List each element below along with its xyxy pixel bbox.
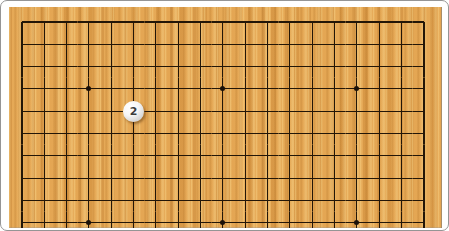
goban: 2 xyxy=(9,7,442,228)
intersection[interactable] xyxy=(145,55,167,77)
intersection[interactable] xyxy=(301,167,323,189)
intersection[interactable] xyxy=(301,122,323,144)
intersection[interactable] xyxy=(189,55,211,77)
intersection[interactable] xyxy=(256,11,278,33)
intersection[interactable] xyxy=(234,11,256,33)
intersection[interactable] xyxy=(413,122,435,144)
intersection[interactable] xyxy=(346,55,368,77)
star-point xyxy=(86,86,91,91)
intersection[interactable] xyxy=(78,33,100,55)
intersection[interactable] xyxy=(390,78,412,100)
intersection[interactable] xyxy=(234,55,256,77)
intersection[interactable] xyxy=(413,55,435,77)
intersection[interactable] xyxy=(368,167,390,189)
intersection[interactable] xyxy=(145,189,167,211)
intersection[interactable] xyxy=(390,145,412,167)
intersection[interactable] xyxy=(413,145,435,167)
intersection[interactable] xyxy=(346,33,368,55)
intersection[interactable] xyxy=(390,100,412,122)
intersection[interactable] xyxy=(346,145,368,167)
intersection[interactable] xyxy=(256,212,278,228)
intersection[interactable] xyxy=(368,33,390,55)
intersection[interactable] xyxy=(189,33,211,55)
intersection[interactable] xyxy=(100,189,122,211)
intersection[interactable] xyxy=(55,145,77,167)
intersection[interactable] xyxy=(167,78,189,100)
intersection[interactable] xyxy=(346,122,368,144)
intersection[interactable] xyxy=(11,122,33,144)
intersection[interactable] xyxy=(189,122,211,144)
intersection[interactable] xyxy=(212,11,234,33)
intersection[interactable] xyxy=(33,189,55,211)
intersection[interactable] xyxy=(212,100,234,122)
intersection[interactable] xyxy=(55,55,77,77)
intersection[interactable] xyxy=(346,212,368,228)
intersection[interactable] xyxy=(167,167,189,189)
intersection[interactable] xyxy=(368,122,390,144)
intersection[interactable] xyxy=(212,33,234,55)
intersection[interactable] xyxy=(55,11,77,33)
intersection[interactable] xyxy=(368,145,390,167)
intersection[interactable] xyxy=(100,11,122,33)
intersection[interactable] xyxy=(189,167,211,189)
intersection[interactable] xyxy=(413,212,435,228)
intersection[interactable] xyxy=(189,11,211,33)
intersection[interactable] xyxy=(212,189,234,211)
intersection[interactable] xyxy=(167,33,189,55)
intersection[interactable] xyxy=(122,55,144,77)
intersection[interactable] xyxy=(145,78,167,100)
intersection[interactable] xyxy=(234,167,256,189)
intersection[interactable] xyxy=(167,11,189,33)
intersection[interactable] xyxy=(390,11,412,33)
intersection[interactable] xyxy=(301,145,323,167)
intersection[interactable] xyxy=(145,212,167,228)
intersection[interactable] xyxy=(145,11,167,33)
star-point xyxy=(220,220,225,225)
intersection[interactable] xyxy=(256,145,278,167)
intersection[interactable] xyxy=(323,189,345,211)
move-number-label: 2 xyxy=(130,106,138,117)
intersection[interactable] xyxy=(145,167,167,189)
intersection[interactable] xyxy=(122,78,144,100)
intersection[interactable] xyxy=(145,145,167,167)
white-stone: 2 xyxy=(123,101,144,122)
intersection[interactable] xyxy=(301,11,323,33)
intersection[interactable] xyxy=(368,11,390,33)
intersection[interactable] xyxy=(323,100,345,122)
intersection[interactable] xyxy=(167,100,189,122)
intersection[interactable] xyxy=(413,11,435,33)
intersection[interactable] xyxy=(33,11,55,33)
intersection[interactable] xyxy=(212,145,234,167)
intersection[interactable] xyxy=(413,78,435,100)
intersection[interactable] xyxy=(78,11,100,33)
intersection[interactable] xyxy=(145,122,167,144)
intersection[interactable] xyxy=(390,167,412,189)
intersection[interactable] xyxy=(11,145,33,167)
intersection[interactable] xyxy=(368,212,390,228)
intersection[interactable] xyxy=(122,167,144,189)
intersection[interactable] xyxy=(100,55,122,77)
intersection[interactable] xyxy=(78,145,100,167)
intersection[interactable] xyxy=(189,100,211,122)
intersection[interactable] xyxy=(122,212,144,228)
intersection[interactable] xyxy=(122,145,144,167)
intersection[interactable] xyxy=(122,11,144,33)
intersection[interactable] xyxy=(234,78,256,100)
intersection[interactable] xyxy=(212,55,234,77)
intersection[interactable] xyxy=(234,33,256,55)
intersection[interactable] xyxy=(234,212,256,228)
intersection[interactable] xyxy=(11,167,33,189)
intersection[interactable] xyxy=(279,189,301,211)
intersection[interactable] xyxy=(413,189,435,211)
intersection[interactable] xyxy=(78,212,100,228)
goban-grid: 2 xyxy=(11,11,435,228)
intersection[interactable] xyxy=(55,212,77,228)
intersection[interactable] xyxy=(78,78,100,100)
intersection[interactable] xyxy=(234,100,256,122)
intersection[interactable] xyxy=(55,189,77,211)
intersection[interactable] xyxy=(33,145,55,167)
intersection[interactable] xyxy=(413,167,435,189)
intersection[interactable] xyxy=(189,212,211,228)
intersection[interactable] xyxy=(167,189,189,211)
intersection[interactable] xyxy=(167,122,189,144)
intersection[interactable] xyxy=(256,55,278,77)
intersection[interactable] xyxy=(100,167,122,189)
intersection[interactable] xyxy=(323,212,345,228)
intersection[interactable] xyxy=(212,78,234,100)
intersection[interactable] xyxy=(301,78,323,100)
intersection[interactable] xyxy=(212,122,234,144)
intersection[interactable] xyxy=(78,167,100,189)
intersection[interactable] xyxy=(279,122,301,144)
intersection[interactable] xyxy=(33,167,55,189)
intersection[interactable] xyxy=(33,33,55,55)
intersection[interactable] xyxy=(301,212,323,228)
intersection[interactable] xyxy=(390,122,412,144)
intersection[interactable] xyxy=(301,100,323,122)
intersection[interactable]: 2 xyxy=(122,100,144,122)
intersection[interactable] xyxy=(167,145,189,167)
intersection[interactable] xyxy=(256,33,278,55)
intersection[interactable] xyxy=(346,11,368,33)
intersection[interactable] xyxy=(279,100,301,122)
intersection[interactable] xyxy=(413,100,435,122)
intersection[interactable] xyxy=(100,33,122,55)
intersection[interactable] xyxy=(390,189,412,211)
intersection[interactable] xyxy=(323,78,345,100)
intersection[interactable] xyxy=(256,78,278,100)
intersection[interactable] xyxy=(78,100,100,122)
intersection[interactable] xyxy=(11,78,33,100)
intersection[interactable] xyxy=(368,189,390,211)
intersection[interactable] xyxy=(78,55,100,77)
intersection[interactable] xyxy=(11,189,33,211)
intersection[interactable] xyxy=(33,212,55,228)
intersection[interactable] xyxy=(279,55,301,77)
intersection[interactable] xyxy=(279,11,301,33)
star-point xyxy=(354,220,359,225)
intersection[interactable] xyxy=(390,55,412,77)
intersection[interactable] xyxy=(100,78,122,100)
intersection[interactable] xyxy=(323,145,345,167)
star-point xyxy=(86,220,91,225)
intersection[interactable] xyxy=(323,11,345,33)
intersection[interactable] xyxy=(346,167,368,189)
intersection[interactable] xyxy=(55,122,77,144)
intersection[interactable] xyxy=(346,100,368,122)
intersection[interactable] xyxy=(368,100,390,122)
intersection[interactable] xyxy=(301,33,323,55)
intersection[interactable] xyxy=(301,189,323,211)
intersection[interactable] xyxy=(323,33,345,55)
intersection[interactable] xyxy=(33,55,55,77)
intersection[interactable] xyxy=(390,33,412,55)
intersection[interactable] xyxy=(279,212,301,228)
intersection[interactable] xyxy=(301,55,323,77)
intersection[interactable] xyxy=(78,122,100,144)
intersection[interactable] xyxy=(167,55,189,77)
intersection[interactable] xyxy=(100,122,122,144)
intersection[interactable] xyxy=(167,212,189,228)
intersection[interactable] xyxy=(279,167,301,189)
intersection[interactable] xyxy=(234,145,256,167)
intersection[interactable] xyxy=(279,78,301,100)
intersection[interactable] xyxy=(100,212,122,228)
intersection[interactable] xyxy=(323,55,345,77)
intersection[interactable] xyxy=(189,145,211,167)
intersection[interactable] xyxy=(234,122,256,144)
intersection[interactable] xyxy=(212,167,234,189)
intersection[interactable] xyxy=(100,100,122,122)
intersection[interactable] xyxy=(189,189,211,211)
intersection[interactable] xyxy=(189,78,211,100)
intersection[interactable] xyxy=(55,100,77,122)
board-frame: 2 xyxy=(0,0,449,231)
intersection[interactable] xyxy=(11,212,33,228)
intersection[interactable] xyxy=(122,122,144,144)
intersection[interactable] xyxy=(11,100,33,122)
intersection[interactable] xyxy=(279,33,301,55)
intersection[interactable] xyxy=(323,122,345,144)
intersection[interactable] xyxy=(256,122,278,144)
intersection[interactable] xyxy=(368,55,390,77)
intersection[interactable] xyxy=(234,189,256,211)
intersection[interactable] xyxy=(33,100,55,122)
intersection[interactable] xyxy=(33,78,55,100)
intersection[interactable] xyxy=(11,33,33,55)
star-point xyxy=(220,86,225,91)
intersection[interactable] xyxy=(11,11,33,33)
intersection[interactable] xyxy=(346,189,368,211)
intersection[interactable] xyxy=(256,100,278,122)
intersection[interactable] xyxy=(100,145,122,167)
intersection[interactable] xyxy=(323,167,345,189)
intersection[interactable] xyxy=(212,212,234,228)
intersection[interactable] xyxy=(368,78,390,100)
intersection[interactable] xyxy=(145,33,167,55)
star-point xyxy=(354,86,359,91)
intersection[interactable] xyxy=(413,33,435,55)
intersection[interactable] xyxy=(55,78,77,100)
intersection[interactable] xyxy=(78,189,100,211)
intersection[interactable] xyxy=(145,100,167,122)
intersection[interactable] xyxy=(55,167,77,189)
intersection[interactable] xyxy=(256,189,278,211)
intersection[interactable] xyxy=(256,167,278,189)
intersection[interactable] xyxy=(390,212,412,228)
intersection[interactable] xyxy=(122,189,144,211)
intersection[interactable] xyxy=(279,145,301,167)
intersection[interactable] xyxy=(11,55,33,77)
intersection[interactable] xyxy=(33,122,55,144)
intersection[interactable] xyxy=(122,33,144,55)
intersection[interactable] xyxy=(55,33,77,55)
intersection[interactable] xyxy=(346,78,368,100)
